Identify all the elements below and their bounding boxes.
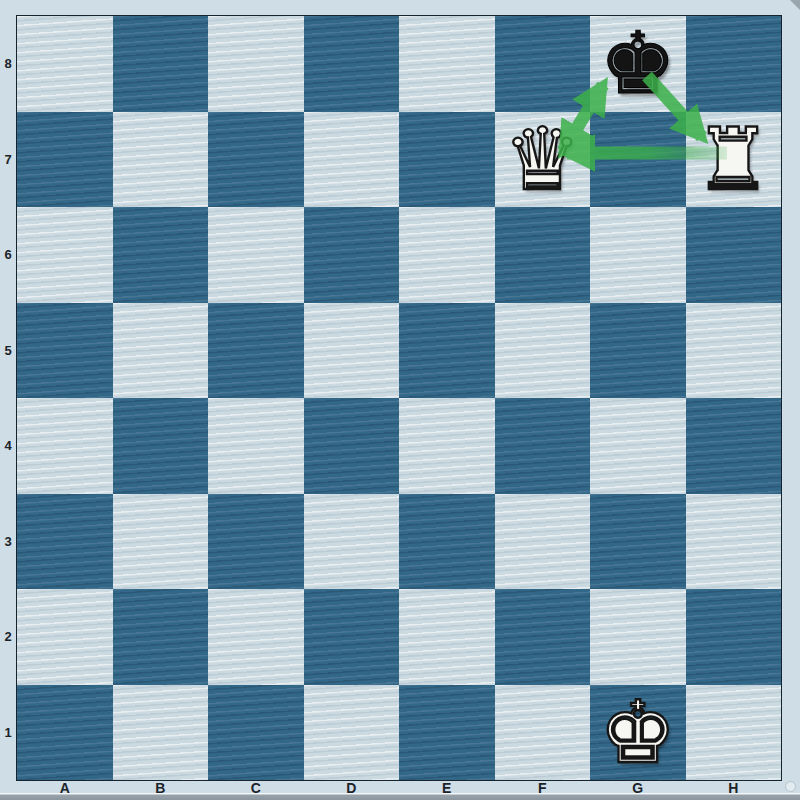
- square-f2[interactable]: [495, 589, 591, 685]
- rank-label-3: 3: [0, 494, 16, 590]
- square-e7[interactable]: [399, 112, 495, 208]
- piece-white-king-g1[interactable]: ♚: [590, 685, 686, 781]
- window-resize-notch: [790, 0, 800, 10]
- square-f6[interactable]: [495, 207, 591, 303]
- square-h8[interactable]: [686, 16, 782, 112]
- square-g3[interactable]: [590, 494, 686, 590]
- square-c3[interactable]: [208, 494, 304, 590]
- square-g5[interactable]: [590, 303, 686, 399]
- square-a6[interactable]: [17, 207, 113, 303]
- square-a7[interactable]: [17, 112, 113, 208]
- corner-dot: [785, 781, 796, 792]
- square-d4[interactable]: [304, 398, 400, 494]
- square-a2[interactable]: [17, 589, 113, 685]
- chess-board[interactable]: [17, 16, 781, 780]
- square-h1[interactable]: [686, 685, 782, 781]
- rank-label-2: 2: [0, 589, 16, 685]
- piece-white-queen-f7[interactable]: ♛: [495, 112, 591, 208]
- square-h3[interactable]: [686, 494, 782, 590]
- chess-board-window: 87654321ABCDEFGH ♚♛♜♚: [0, 0, 800, 800]
- rank-label-4: 4: [0, 398, 16, 494]
- square-a4[interactable]: [17, 398, 113, 494]
- square-a5[interactable]: [17, 303, 113, 399]
- square-a1[interactable]: [17, 685, 113, 781]
- piece-black-king-g8[interactable]: ♚: [590, 16, 686, 112]
- rank-label-6: 6: [0, 207, 16, 303]
- square-e3[interactable]: [399, 494, 495, 590]
- square-f4[interactable]: [495, 398, 591, 494]
- square-b1[interactable]: [113, 685, 209, 781]
- square-e2[interactable]: [399, 589, 495, 685]
- rank-label-5: 5: [0, 303, 16, 399]
- piece-white-rook-h7[interactable]: ♜: [686, 112, 782, 208]
- square-d2[interactable]: [304, 589, 400, 685]
- square-c7[interactable]: [208, 112, 304, 208]
- square-d8[interactable]: [304, 16, 400, 112]
- rank-label-7: 7: [0, 112, 16, 208]
- square-d1[interactable]: [304, 685, 400, 781]
- square-c2[interactable]: [208, 589, 304, 685]
- square-h5[interactable]: [686, 303, 782, 399]
- square-d3[interactable]: [304, 494, 400, 590]
- square-c5[interactable]: [208, 303, 304, 399]
- square-e1[interactable]: [399, 685, 495, 781]
- square-g7[interactable]: [590, 112, 686, 208]
- square-g2[interactable]: [590, 589, 686, 685]
- square-b6[interactable]: [113, 207, 209, 303]
- square-b5[interactable]: [113, 303, 209, 399]
- square-d6[interactable]: [304, 207, 400, 303]
- square-c6[interactable]: [208, 207, 304, 303]
- square-h6[interactable]: [686, 207, 782, 303]
- square-c1[interactable]: [208, 685, 304, 781]
- rank-label-8: 8: [0, 16, 16, 112]
- square-b2[interactable]: [113, 589, 209, 685]
- square-e4[interactable]: [399, 398, 495, 494]
- square-a8[interactable]: [17, 16, 113, 112]
- window-bottom-bar: [0, 793, 800, 800]
- square-d5[interactable]: [304, 303, 400, 399]
- square-b8[interactable]: [113, 16, 209, 112]
- square-c4[interactable]: [208, 398, 304, 494]
- square-f3[interactable]: [495, 494, 591, 590]
- square-h4[interactable]: [686, 398, 782, 494]
- square-g4[interactable]: [590, 398, 686, 494]
- square-h2[interactable]: [686, 589, 782, 685]
- square-b4[interactable]: [113, 398, 209, 494]
- square-f8[interactable]: [495, 16, 591, 112]
- square-g6[interactable]: [590, 207, 686, 303]
- square-e8[interactable]: [399, 16, 495, 112]
- square-f1[interactable]: [495, 685, 591, 781]
- square-a3[interactable]: [17, 494, 113, 590]
- square-d7[interactable]: [304, 112, 400, 208]
- square-f5[interactable]: [495, 303, 591, 399]
- square-b3[interactable]: [113, 494, 209, 590]
- square-e5[interactable]: [399, 303, 495, 399]
- square-b7[interactable]: [113, 112, 209, 208]
- square-c8[interactable]: [208, 16, 304, 112]
- square-e6[interactable]: [399, 207, 495, 303]
- rank-label-1: 1: [0, 685, 16, 781]
